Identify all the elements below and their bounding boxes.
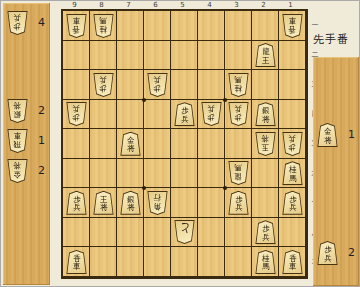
square-68[interactable] bbox=[144, 218, 171, 248]
square-94[interactable]: 歩兵 bbox=[63, 100, 90, 130]
sente-lance-piece[interactable]: 香車 bbox=[282, 250, 303, 274]
gote-gold-piece[interactable]: 金将 bbox=[7, 159, 28, 183]
hand-count: 2 bbox=[38, 104, 45, 117]
sente-king-piece[interactable]: 王将 bbox=[93, 191, 114, 215]
piece-kanji: 将 bbox=[127, 204, 134, 213]
square-15[interactable]: 歩兵 bbox=[279, 129, 306, 159]
square-21[interactable] bbox=[252, 11, 279, 41]
piece-kanji: 歩 bbox=[14, 22, 21, 31]
piece-kanji: 将 bbox=[100, 204, 107, 213]
gote-pawn-piece[interactable]: 歩兵 bbox=[201, 102, 222, 126]
piece-kanji: 兵 bbox=[324, 255, 331, 264]
square-47[interactable] bbox=[198, 188, 225, 218]
square-69[interactable] bbox=[144, 247, 171, 277]
piece-kanji: 兵 bbox=[289, 134, 296, 143]
square-24[interactable]: 銀将 bbox=[252, 100, 279, 130]
piece-kanji: 龍 bbox=[235, 172, 242, 181]
piece-kanji: 兵 bbox=[73, 104, 80, 113]
gote-pawn-piece[interactable]: 歩兵 bbox=[66, 102, 87, 126]
square-76[interactable] bbox=[117, 159, 144, 189]
piece-face: 歩兵 bbox=[283, 133, 302, 155]
square-36[interactable]: 龍馬 bbox=[225, 159, 252, 189]
sente-pawn-piece[interactable]: 歩兵 bbox=[255, 220, 276, 244]
rank-label: 一 bbox=[310, 20, 320, 30]
piece-kanji: 兵 bbox=[208, 104, 215, 113]
square-72[interactable] bbox=[117, 41, 144, 71]
piece-kanji: 歩 bbox=[235, 113, 242, 122]
piece-kanji: 兵 bbox=[100, 75, 107, 84]
square-28[interactable]: 歩兵 bbox=[252, 218, 279, 248]
square-77[interactable]: 銀将 bbox=[117, 188, 144, 218]
sente-gold-piece[interactable]: 金将 bbox=[120, 132, 141, 156]
square-64[interactable] bbox=[144, 100, 171, 130]
piece-face: 歩兵 bbox=[318, 242, 337, 264]
square-92[interactable] bbox=[63, 41, 90, 71]
gote-pawn-piece[interactable]: 歩兵 bbox=[282, 132, 303, 156]
piece-face: 歩兵 bbox=[229, 103, 248, 125]
square-39[interactable] bbox=[225, 247, 252, 277]
piece-face: 銀将 bbox=[256, 103, 275, 125]
piece-face: 香車 bbox=[283, 15, 302, 37]
piece-face: 王将 bbox=[94, 192, 113, 214]
square-84[interactable] bbox=[90, 100, 117, 130]
square-71[interactable] bbox=[117, 11, 144, 41]
piece-kanji: 馬 bbox=[100, 16, 107, 25]
piece-kanji: 兵 bbox=[73, 204, 80, 213]
piece-kanji: 馬 bbox=[262, 263, 269, 272]
piece-kanji: 角 bbox=[154, 201, 161, 210]
square-61[interactable] bbox=[144, 11, 171, 41]
gote-lance-piece[interactable]: 香車 bbox=[66, 14, 87, 38]
hand-count: 2 bbox=[348, 246, 355, 259]
square-37[interactable]: 歩兵 bbox=[225, 188, 252, 218]
piece-kanji: 兵 bbox=[289, 204, 296, 213]
sente-promoted-rook-piece[interactable]: 龍王 bbox=[255, 43, 276, 67]
piece-face: 金将 bbox=[318, 124, 337, 146]
square-45[interactable] bbox=[198, 129, 225, 159]
square-32[interactable] bbox=[225, 41, 252, 71]
square-58[interactable]: と bbox=[171, 218, 198, 248]
board-cells: 香車桂馬香車龍王歩兵歩兵桂馬歩兵歩兵歩兵歩兵銀将金将玉将歩兵龍馬桂馬歩兵王将銀将… bbox=[63, 11, 306, 277]
square-86[interactable] bbox=[90, 159, 117, 189]
hand-count: 2 bbox=[38, 164, 45, 177]
piece-face: と bbox=[175, 221, 194, 243]
square-59[interactable] bbox=[171, 247, 198, 277]
square-62[interactable] bbox=[144, 41, 171, 71]
square-53[interactable] bbox=[171, 70, 198, 100]
piece-kanji: 銀 bbox=[14, 110, 21, 119]
piece-kanji: 兵 bbox=[235, 104, 242, 113]
gote-pawn-piece[interactable]: 歩兵 bbox=[147, 73, 168, 97]
gote-pawn-piece[interactable]: 歩兵 bbox=[7, 11, 28, 35]
piece-kanji: 車 bbox=[73, 16, 80, 25]
square-83[interactable]: 歩兵 bbox=[90, 70, 117, 100]
piece-kanji: と bbox=[179, 222, 190, 235]
piece-kanji: 王 bbox=[262, 57, 269, 66]
piece-kanji: 車 bbox=[14, 131, 21, 140]
square-51[interactable] bbox=[171, 11, 198, 41]
square-73[interactable] bbox=[117, 70, 144, 100]
sente-pawn-piece[interactable]: 歩兵 bbox=[282, 191, 303, 215]
gote-lance-piece[interactable]: 香車 bbox=[282, 14, 303, 38]
square-26[interactable] bbox=[252, 159, 279, 189]
gote-pawn-piece[interactable]: 歩兵 bbox=[93, 73, 114, 97]
square-65[interactable] bbox=[144, 129, 171, 159]
piece-kanji: 兵 bbox=[262, 234, 269, 243]
piece-face: 歩兵 bbox=[94, 74, 113, 96]
square-23[interactable] bbox=[252, 70, 279, 100]
square-13[interactable] bbox=[279, 70, 306, 100]
shogi-app-window: 歩兵4銀将2飛車1金将2 987654321 香車桂馬香車龍王歩兵歩兵桂馬歩兵歩… bbox=[0, 0, 360, 287]
square-97[interactable]: 歩兵 bbox=[63, 188, 90, 218]
piece-kanji: 将 bbox=[262, 116, 269, 125]
square-99[interactable]: 香車 bbox=[63, 247, 90, 277]
square-18[interactable] bbox=[279, 218, 306, 248]
piece-face: 龍馬 bbox=[229, 162, 248, 184]
piece-face: 歩兵 bbox=[229, 192, 248, 214]
square-25[interactable]: 玉将 bbox=[252, 129, 279, 159]
square-87[interactable]: 王将 bbox=[90, 188, 117, 218]
square-81[interactable]: 桂馬 bbox=[90, 11, 117, 41]
square-38[interactable] bbox=[225, 218, 252, 248]
gote-silver-piece[interactable]: 銀将 bbox=[7, 99, 28, 123]
piece-kanji: 行 bbox=[154, 193, 161, 202]
square-54[interactable]: 歩兵 bbox=[171, 100, 198, 130]
square-42[interactable] bbox=[198, 41, 225, 71]
square-88[interactable] bbox=[90, 218, 117, 248]
piece-face: 歩兵 bbox=[283, 192, 302, 214]
piece-face: 歩兵 bbox=[8, 12, 27, 34]
gote-tokin-piece[interactable]: と bbox=[174, 220, 195, 244]
piece-kanji: 歩 bbox=[73, 113, 80, 122]
piece-kanji: 車 bbox=[289, 263, 296, 272]
shogi-board: 香車桂馬香車龍王歩兵歩兵桂馬歩兵歩兵歩兵歩兵銀将金将玉将歩兵龍馬桂馬歩兵王将銀将… bbox=[61, 9, 308, 279]
gote-king-piece[interactable]: 玉将 bbox=[255, 132, 276, 156]
piece-face: 香車 bbox=[283, 251, 302, 273]
square-16[interactable]: 桂馬 bbox=[279, 159, 306, 189]
piece-face: 香車 bbox=[67, 15, 86, 37]
piece-face: 桂馬 bbox=[229, 74, 248, 96]
gote-rook-piece[interactable]: 飛車 bbox=[7, 129, 28, 153]
piece-face: 金将 bbox=[8, 160, 27, 182]
square-29[interactable]: 桂馬 bbox=[252, 247, 279, 277]
sente-knight-piece[interactable]: 桂馬 bbox=[282, 161, 303, 185]
piece-face: 金将 bbox=[121, 133, 140, 155]
square-46[interactable] bbox=[198, 159, 225, 189]
piece-kanji: 車 bbox=[73, 263, 80, 272]
square-27[interactable] bbox=[252, 188, 279, 218]
square-67[interactable]: 角行 bbox=[144, 188, 171, 218]
piece-kanji: 将 bbox=[14, 101, 21, 110]
piece-face: 歩兵 bbox=[202, 103, 221, 125]
square-56[interactable] bbox=[171, 159, 198, 189]
square-14[interactable] bbox=[279, 100, 306, 130]
piece-kanji: 兵 bbox=[235, 204, 242, 213]
sente-silver-piece[interactable]: 銀将 bbox=[120, 191, 141, 215]
square-22[interactable]: 龍王 bbox=[252, 41, 279, 71]
star-point bbox=[223, 98, 227, 102]
piece-kanji: 将 bbox=[262, 134, 269, 143]
sente-pawn-piece[interactable]: 歩兵 bbox=[317, 241, 338, 265]
square-93[interactable] bbox=[63, 70, 90, 100]
square-95[interactable] bbox=[63, 129, 90, 159]
square-82[interactable] bbox=[90, 41, 117, 71]
piece-face: 龍王 bbox=[256, 44, 275, 66]
piece-kanji: 兵 bbox=[14, 13, 21, 22]
piece-kanji: 馬 bbox=[289, 175, 296, 184]
sente-captured-tray: 金将1歩兵2 bbox=[313, 57, 359, 286]
turn-indicator: 先手番 bbox=[313, 32, 360, 47]
sente-pawn-piece[interactable]: 歩兵 bbox=[174, 102, 195, 126]
piece-face: 歩兵 bbox=[175, 103, 194, 125]
sente-gold-piece[interactable]: 金将 bbox=[317, 123, 338, 147]
piece-kanji: 兵 bbox=[181, 116, 188, 125]
square-33[interactable]: 桂馬 bbox=[225, 70, 252, 100]
square-55[interactable] bbox=[171, 129, 198, 159]
star-point bbox=[142, 98, 146, 102]
square-63[interactable]: 歩兵 bbox=[144, 70, 171, 100]
piece-kanji: 兵 bbox=[154, 75, 161, 84]
sente-knight-piece[interactable]: 桂馬 bbox=[255, 250, 276, 274]
sente-pawn-piece[interactable]: 歩兵 bbox=[66, 191, 87, 215]
piece-face: 桂馬 bbox=[256, 251, 275, 273]
sente-pawn-piece[interactable]: 歩兵 bbox=[228, 191, 249, 215]
square-96[interactable] bbox=[63, 159, 90, 189]
square-43[interactable] bbox=[198, 70, 225, 100]
piece-face: 銀将 bbox=[121, 192, 140, 214]
piece-kanji: 馬 bbox=[235, 163, 242, 172]
square-57[interactable] bbox=[171, 188, 198, 218]
square-91[interactable]: 香車 bbox=[63, 11, 90, 41]
piece-face: 桂馬 bbox=[94, 15, 113, 37]
square-74[interactable] bbox=[117, 100, 144, 130]
hand-count: 1 bbox=[38, 134, 45, 147]
square-31[interactable] bbox=[225, 11, 252, 41]
square-35[interactable] bbox=[225, 129, 252, 159]
square-11[interactable]: 香車 bbox=[279, 11, 306, 41]
piece-kanji: 将 bbox=[127, 145, 134, 154]
square-52[interactable] bbox=[171, 41, 198, 71]
square-48[interactable] bbox=[198, 218, 225, 248]
piece-face: 玉将 bbox=[256, 133, 275, 155]
square-12[interactable] bbox=[279, 41, 306, 71]
piece-kanji: 飛 bbox=[14, 140, 21, 149]
square-78[interactable] bbox=[117, 218, 144, 248]
piece-face: 歩兵 bbox=[67, 192, 86, 214]
gote-knight-piece[interactable]: 桂馬 bbox=[228, 73, 249, 97]
piece-kanji: 金 bbox=[14, 170, 21, 179]
piece-face: 歩兵 bbox=[148, 74, 167, 96]
piece-face: 桂馬 bbox=[283, 162, 302, 184]
square-17[interactable]: 歩兵 bbox=[279, 188, 306, 218]
square-41[interactable] bbox=[198, 11, 225, 41]
piece-kanji: 将 bbox=[324, 137, 331, 146]
piece-face: 飛車 bbox=[8, 130, 27, 152]
square-66[interactable] bbox=[144, 159, 171, 189]
hand-count: 1 bbox=[348, 128, 355, 141]
square-89[interactable] bbox=[90, 247, 117, 277]
square-79[interactable] bbox=[117, 247, 144, 277]
piece-face: 香車 bbox=[67, 251, 86, 273]
piece-face: 角行 bbox=[148, 192, 167, 214]
piece-kanji: 将 bbox=[14, 161, 21, 170]
square-34[interactable]: 歩兵 bbox=[225, 100, 252, 130]
gote-captured-tray: 歩兵4銀将2飛車1金将2 bbox=[3, 3, 50, 285]
gote-promoted-bishop-piece[interactable]: 龍馬 bbox=[228, 161, 249, 185]
square-85[interactable] bbox=[90, 129, 117, 159]
square-19[interactable]: 香車 bbox=[279, 247, 306, 277]
piece-face: 歩兵 bbox=[256, 221, 275, 243]
piece-face: 歩兵 bbox=[67, 103, 86, 125]
square-75[interactable]: 金将 bbox=[117, 129, 144, 159]
gote-pawn-piece[interactable]: 歩兵 bbox=[228, 102, 249, 126]
square-44[interactable]: 歩兵 bbox=[198, 100, 225, 130]
square-98[interactable] bbox=[63, 218, 90, 248]
gote-knight-piece[interactable]: 桂馬 bbox=[93, 14, 114, 38]
sente-lance-piece[interactable]: 香車 bbox=[66, 250, 87, 274]
piece-kanji: 歩 bbox=[208, 113, 215, 122]
gote-bishop-piece[interactable]: 角行 bbox=[147, 191, 168, 215]
piece-face: 銀将 bbox=[8, 100, 27, 122]
piece-kanji: 車 bbox=[289, 16, 296, 25]
square-49[interactable] bbox=[198, 247, 225, 277]
hand-count: 4 bbox=[38, 16, 45, 29]
piece-kanji: 馬 bbox=[235, 75, 242, 84]
sente-silver-piece[interactable]: 銀将 bbox=[255, 102, 276, 126]
